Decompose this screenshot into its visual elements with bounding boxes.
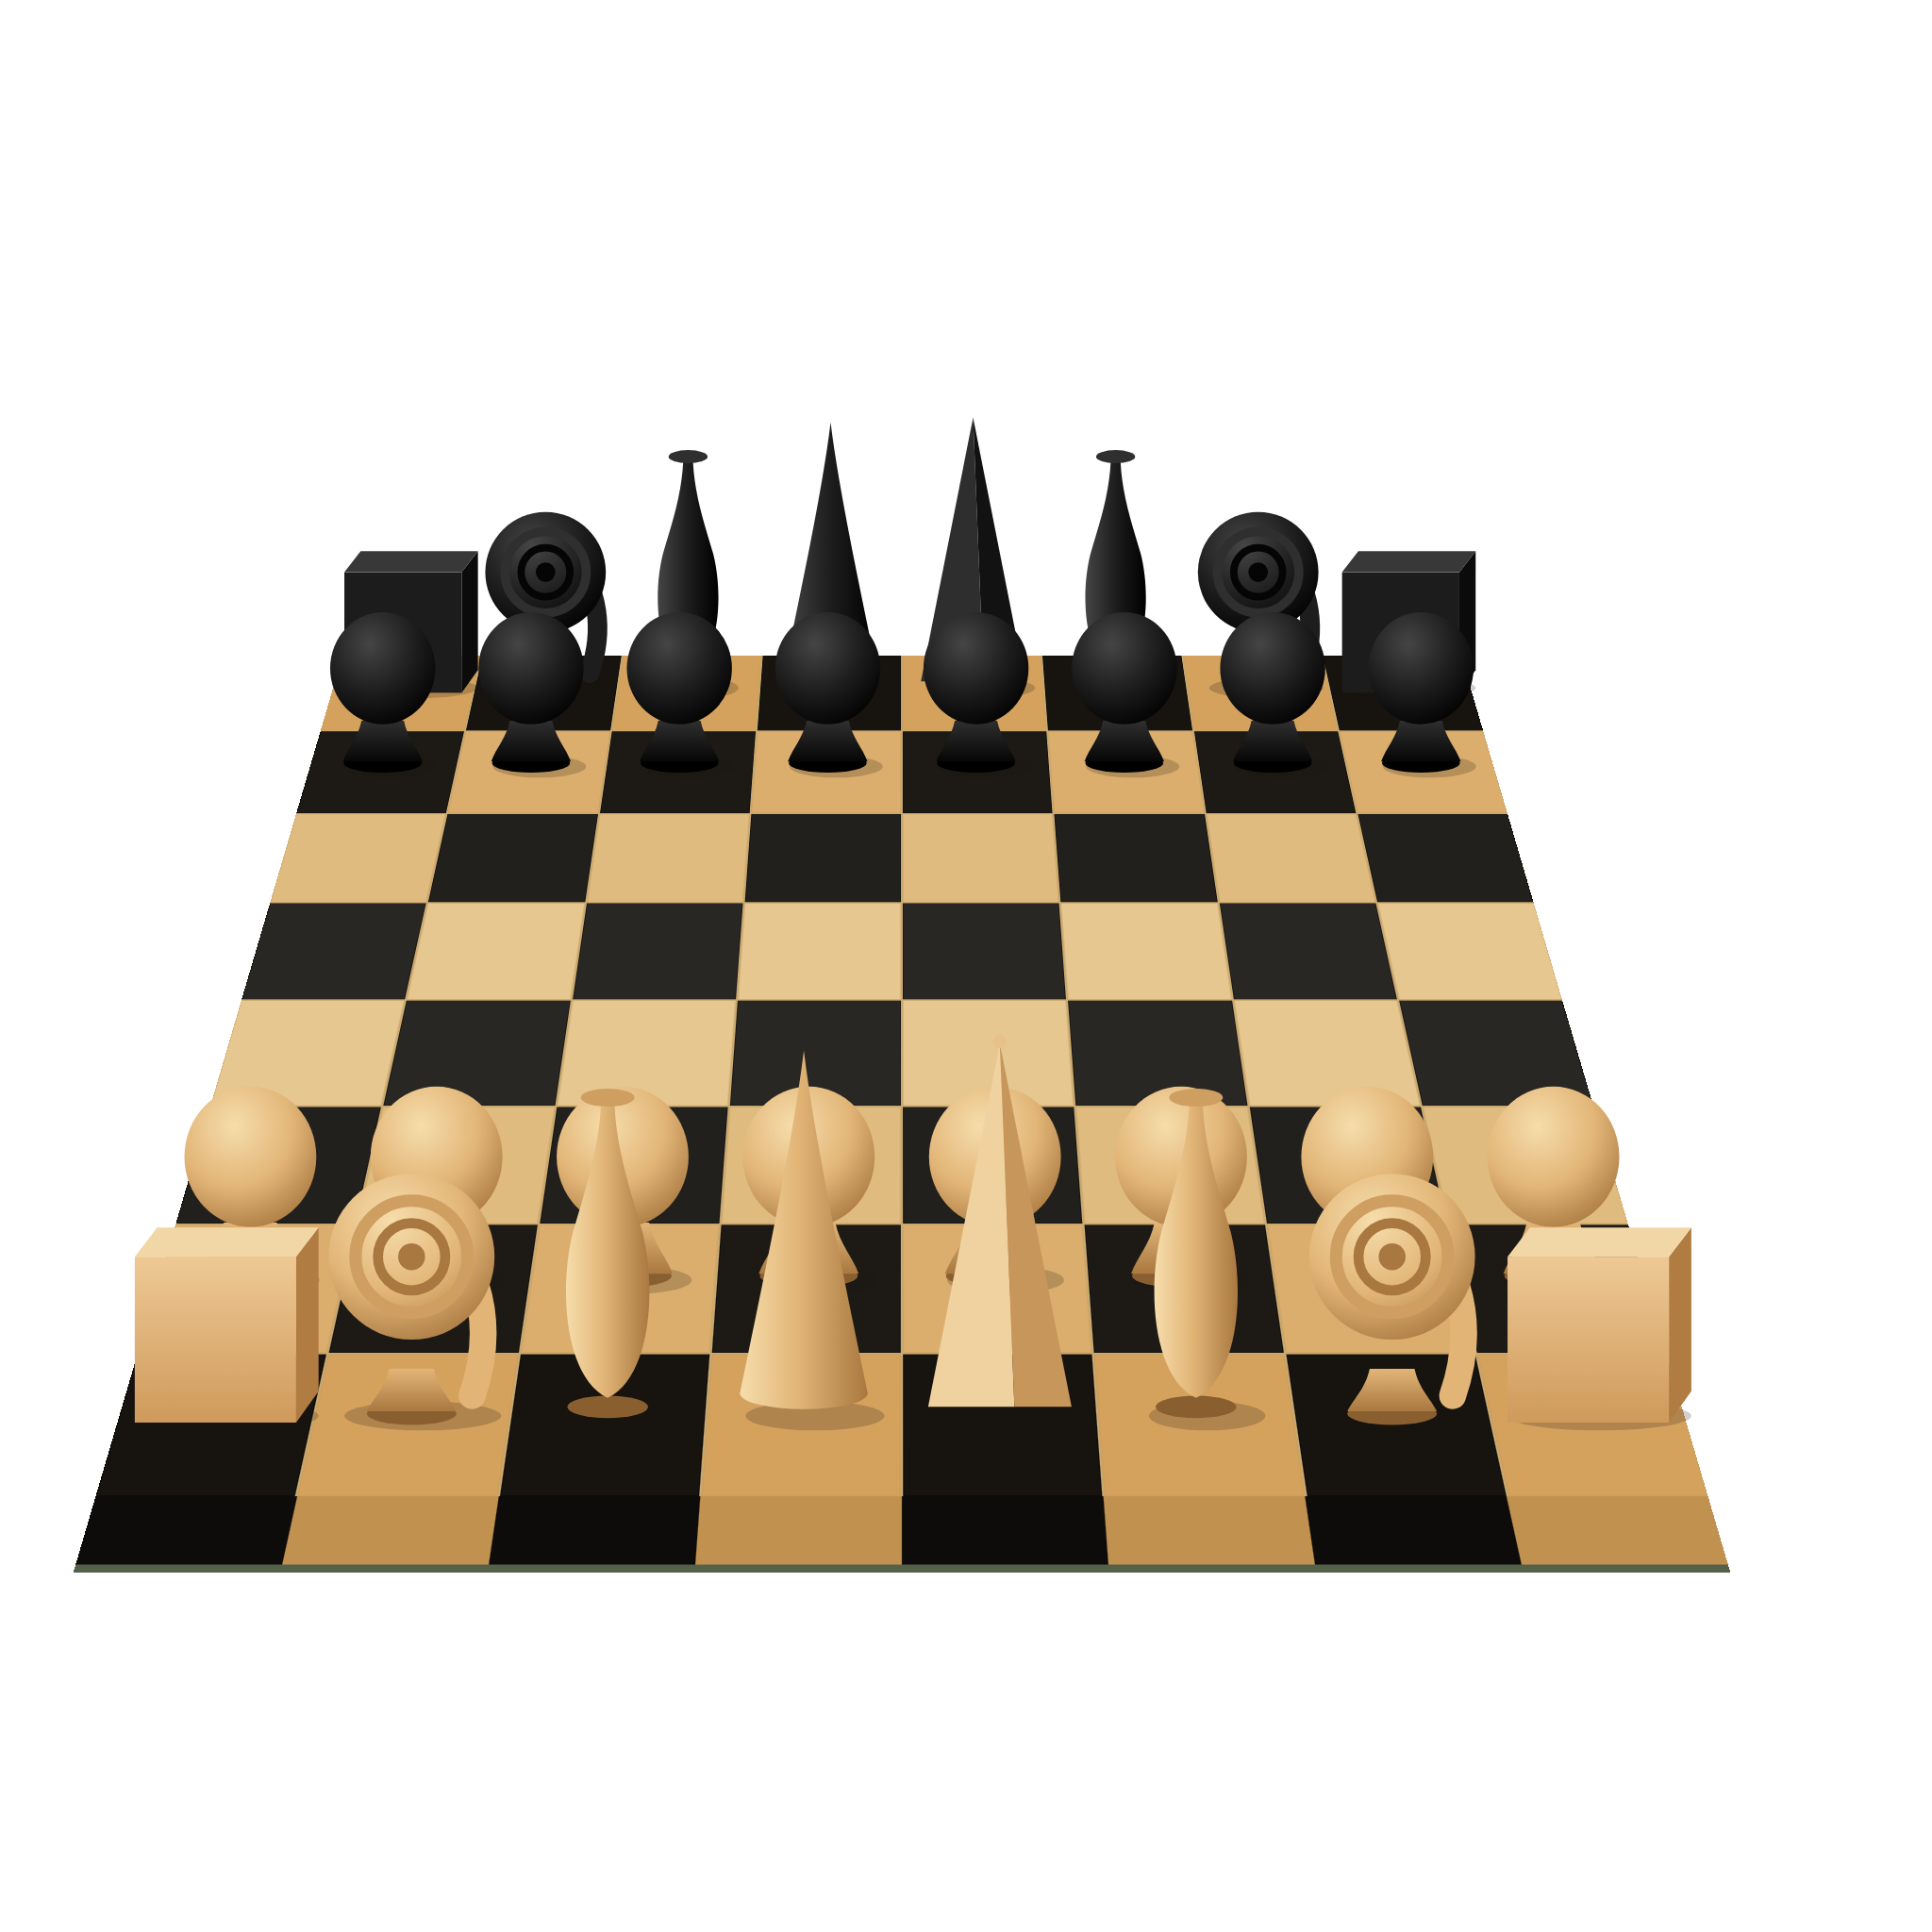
piece-black-pawn[interactable]	[1072, 612, 1179, 777]
piece-white-king[interactable]	[928, 1035, 1085, 1430]
photo-stage	[0, 0, 1932, 1932]
piece-black-pawn[interactable]	[775, 612, 883, 777]
piece-black-pawn[interactable]	[1369, 612, 1476, 777]
piece-black-pawn[interactable]	[1220, 612, 1327, 777]
piece-white-rook[interactable]	[135, 1227, 319, 1430]
piece-black-pawn[interactable]	[330, 612, 438, 777]
pieces-layer	[0, 0, 1932, 1932]
piece-white-rook[interactable]	[1507, 1227, 1691, 1430]
piece-white-knight[interactable]	[1309, 1174, 1482, 1430]
piece-black-pawn[interactable]	[478, 612, 586, 777]
piece-black-pawn[interactable]	[626, 612, 734, 777]
piece-white-knight[interactable]	[328, 1174, 501, 1430]
piece-black-pawn[interactable]	[924, 612, 1031, 777]
